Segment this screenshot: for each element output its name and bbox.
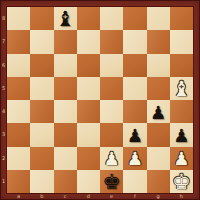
rank-label-5: 5	[0, 77, 7, 100]
square-h2[interactable]: ♟	[170, 147, 193, 170]
rank-label-6: 6	[0, 54, 7, 77]
square-b3[interactable]	[30, 123, 53, 146]
square-d8[interactable]	[77, 7, 100, 30]
square-e7[interactable]	[100, 30, 123, 53]
square-h5[interactable]: ♝	[170, 77, 193, 100]
square-b8[interactable]	[30, 7, 53, 30]
square-g4[interactable]: ♟	[147, 100, 170, 123]
square-b5[interactable]	[30, 77, 53, 100]
square-e3[interactable]	[100, 123, 123, 146]
rank-label-1: 1	[0, 170, 7, 193]
square-g5[interactable]	[147, 77, 170, 100]
black-pawn[interactable]: ♟	[127, 126, 143, 144]
square-b6[interactable]	[30, 54, 53, 77]
square-e6[interactable]	[100, 54, 123, 77]
rank-label-3: 3	[0, 123, 7, 146]
rank-label-2: 2	[0, 147, 7, 170]
square-a3[interactable]	[7, 123, 30, 146]
square-a4[interactable]	[7, 100, 30, 123]
square-c6[interactable]	[54, 54, 77, 77]
square-f7[interactable]	[123, 30, 146, 53]
square-f2[interactable]: ♟	[123, 147, 146, 170]
black-pawn[interactable]: ♟	[173, 126, 189, 144]
black-king[interactable]: ♚	[102, 171, 121, 192]
file-label-f: f	[123, 193, 146, 200]
square-g6[interactable]	[147, 54, 170, 77]
square-b2[interactable]	[30, 147, 53, 170]
square-g1[interactable]	[147, 170, 170, 193]
square-e4[interactable]	[100, 100, 123, 123]
square-h6[interactable]	[170, 54, 193, 77]
square-f3[interactable]: ♟	[123, 123, 146, 146]
square-g7[interactable]	[147, 30, 170, 53]
square-f4[interactable]	[123, 100, 146, 123]
square-a2[interactable]	[7, 147, 30, 170]
square-a8[interactable]	[7, 7, 30, 30]
square-g2[interactable]	[147, 147, 170, 170]
chess-board-frame: ♝♝♟♟♟♟♟♟♚♚ 87654321abcdefgh	[0, 0, 200, 200]
square-c2[interactable]	[54, 147, 77, 170]
black-bishop[interactable]: ♝	[56, 9, 75, 30]
square-h3[interactable]: ♟	[170, 123, 193, 146]
square-h8[interactable]	[170, 7, 193, 30]
square-f5[interactable]	[123, 77, 146, 100]
square-e2[interactable]: ♟	[100, 147, 123, 170]
square-f6[interactable]	[123, 54, 146, 77]
white-king[interactable]: ♚	[172, 171, 191, 192]
square-d2[interactable]	[77, 147, 100, 170]
file-label-d: d	[77, 193, 100, 200]
square-f1[interactable]	[123, 170, 146, 193]
square-b7[interactable]	[30, 30, 53, 53]
file-label-a: a	[7, 193, 30, 200]
square-e8[interactable]	[100, 7, 123, 30]
white-bishop[interactable]: ♝	[172, 78, 191, 99]
white-pawn[interactable]: ♟	[127, 150, 143, 168]
square-b1[interactable]	[30, 170, 53, 193]
square-c1[interactable]	[54, 170, 77, 193]
rank-label-4: 4	[0, 100, 7, 123]
file-label-h: h	[170, 193, 193, 200]
file-label-e: e	[100, 193, 123, 200]
square-d5[interactable]	[77, 77, 100, 100]
square-h4[interactable]	[170, 100, 193, 123]
rank-label-8: 8	[0, 7, 7, 30]
square-c8[interactable]: ♝	[54, 7, 77, 30]
square-a5[interactable]	[7, 77, 30, 100]
square-d4[interactable]	[77, 100, 100, 123]
square-e5[interactable]	[100, 77, 123, 100]
file-label-g: g	[147, 193, 170, 200]
square-c7[interactable]	[54, 30, 77, 53]
square-h1[interactable]: ♚	[170, 170, 193, 193]
white-pawn[interactable]: ♟	[173, 150, 189, 168]
file-label-b: b	[30, 193, 53, 200]
square-c5[interactable]	[54, 77, 77, 100]
square-d1[interactable]	[77, 170, 100, 193]
rank-label-7: 7	[0, 30, 7, 53]
square-a1[interactable]	[7, 170, 30, 193]
square-a6[interactable]	[7, 54, 30, 77]
square-c3[interactable]	[54, 123, 77, 146]
square-h7[interactable]	[170, 30, 193, 53]
square-a7[interactable]	[7, 30, 30, 53]
square-g8[interactable]	[147, 7, 170, 30]
square-d3[interactable]	[77, 123, 100, 146]
file-label-c: c	[54, 193, 77, 200]
square-e1[interactable]: ♚	[100, 170, 123, 193]
square-d7[interactable]	[77, 30, 100, 53]
square-d6[interactable]	[77, 54, 100, 77]
square-f8[interactable]	[123, 7, 146, 30]
square-c4[interactable]	[54, 100, 77, 123]
square-g3[interactable]	[147, 123, 170, 146]
white-pawn[interactable]: ♟	[104, 150, 120, 168]
black-pawn[interactable]: ♟	[150, 103, 166, 121]
chess-board-grid: ♝♝♟♟♟♟♟♟♚♚	[7, 7, 193, 193]
square-b4[interactable]	[30, 100, 53, 123]
